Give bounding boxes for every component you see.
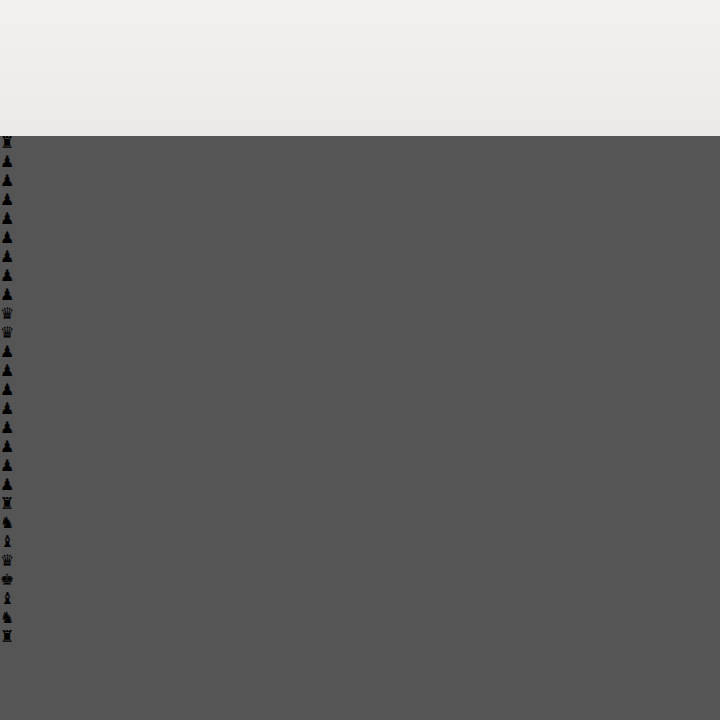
wall (0, 0, 720, 136)
photo-backdrop: ♜♞♝♛♚♝♞♜♟♟♟♟♟♟♟♟♛♛♟♟♟♟♟♟♟♟♜♞♝♛♚♝♞♜ (0, 0, 720, 720)
table-surface (0, 136, 720, 720)
